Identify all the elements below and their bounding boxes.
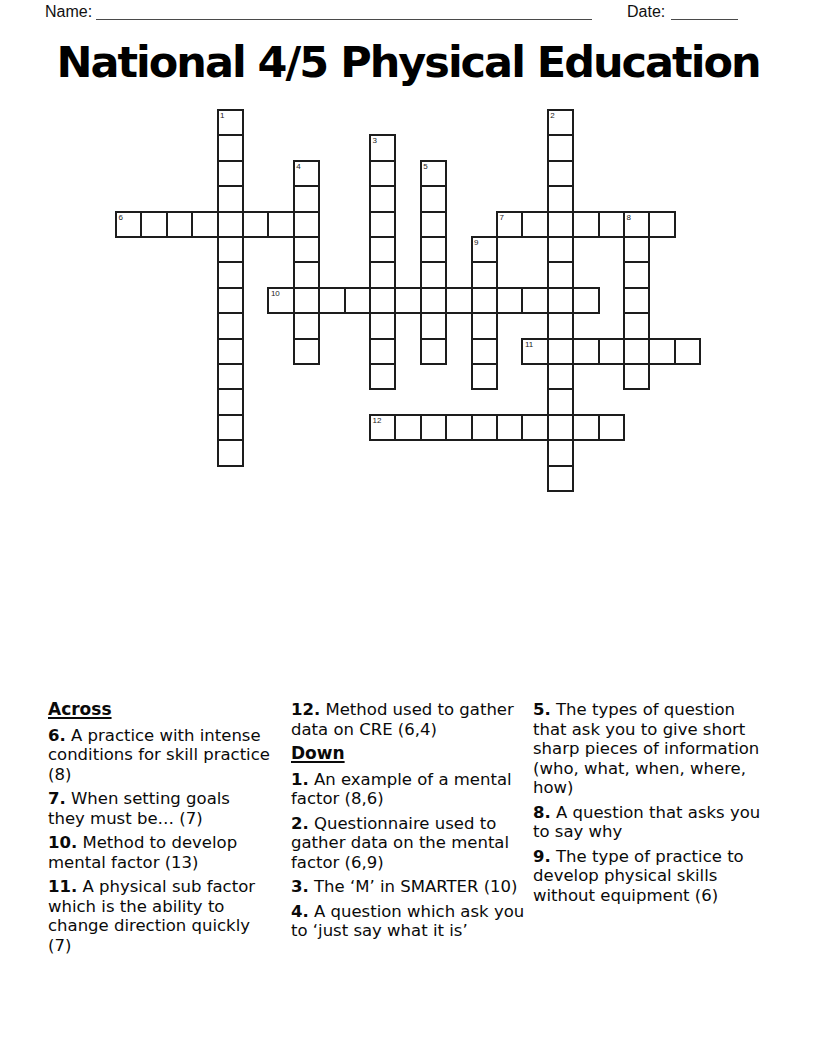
grid-cell[interactable] [496, 287, 523, 314]
grid-cell[interactable] [293, 236, 320, 263]
date-fill-line [671, 19, 738, 20]
grid-cell[interactable] [623, 312, 650, 339]
grid-cell[interactable] [547, 312, 574, 339]
clue-8: 8. A question that asks you to say why [533, 803, 773, 842]
grid-cell[interactable] [369, 338, 396, 365]
clue-number: 9 [474, 238, 478, 247]
grid-cell[interactable] [471, 363, 498, 390]
grid-cell[interactable] [420, 338, 447, 365]
grid-cell[interactable] [572, 338, 599, 365]
clue-6: 6. A practice with intense conditions fo… [48, 726, 272, 785]
clue-number-label: 3. [291, 877, 309, 896]
grid-cell[interactable]: 2 [547, 109, 574, 136]
grid-cell[interactable] [394, 287, 421, 314]
grid-cell[interactable] [420, 287, 447, 314]
grid-cell[interactable] [623, 236, 650, 263]
grid-cell[interactable] [674, 338, 701, 365]
clue-11: 11. A physical sub factor which is the a… [48, 877, 272, 955]
grid-cell[interactable] [471, 414, 498, 441]
grid-cell[interactable] [369, 363, 396, 390]
grid-cell[interactable] [471, 312, 498, 339]
grid-cell[interactable] [572, 211, 599, 238]
clue-number-label: 5. [533, 700, 551, 719]
grid-cell[interactable] [217, 312, 244, 339]
grid-cell[interactable] [623, 363, 650, 390]
clue-3: 3. The ‘M’ in SMARTER (10) [291, 877, 527, 897]
clue-number: 3 [373, 136, 377, 145]
page-title: National 4/5 Physical Education [0, 38, 816, 87]
clue-number-label: 1. [291, 770, 309, 789]
grid-cell[interactable] [445, 287, 472, 314]
grid-cell[interactable] [217, 439, 244, 466]
grid-cell[interactable] [369, 287, 396, 314]
grid-cell[interactable] [293, 261, 320, 288]
grid-cell[interactable] [471, 261, 498, 288]
grid-cell[interactable] [166, 211, 193, 238]
grid-cell[interactable] [293, 287, 320, 314]
grid-cell[interactable] [369, 236, 396, 263]
grid-cell[interactable] [369, 211, 396, 238]
grid-cell[interactable] [598, 211, 625, 238]
clue-12: 12. Method used to gather data on CRE (6… [291, 700, 527, 739]
clues-column-3: 5. The types of question that ask you to… [533, 700, 773, 910]
grid-cell[interactable] [623, 338, 650, 365]
grid-cell[interactable] [217, 211, 244, 238]
grid-cell[interactable] [217, 287, 244, 314]
clue-number-label: 10. [48, 833, 77, 852]
grid-cell[interactable] [217, 338, 244, 365]
clue-number: 5 [423, 162, 427, 171]
grid-cell[interactable] [140, 211, 167, 238]
name-label: Name: [45, 3, 92, 21]
clue-1: 1. An example of a mental factor (8,6) [291, 770, 527, 809]
grid-cell[interactable] [217, 363, 244, 390]
grid-cell[interactable]: 3 [369, 134, 396, 161]
clue-number-label: 8. [533, 803, 551, 822]
grid-cell[interactable] [471, 338, 498, 365]
grid-cell[interactable] [547, 185, 574, 212]
grid-cell[interactable] [369, 185, 396, 212]
grid-cell[interactable] [420, 236, 447, 263]
clue-number-label: 12. [291, 700, 320, 719]
clue-number-label: 7. [48, 789, 66, 808]
clue-number: 2 [550, 111, 554, 120]
grid-cell[interactable] [420, 185, 447, 212]
grid-cell[interactable] [623, 261, 650, 288]
clue-9: 9. The type of practice to develop physi… [533, 847, 773, 906]
grid-cell[interactable] [572, 414, 599, 441]
clue-number-label: 11. [48, 877, 77, 896]
grid-cell[interactable] [191, 211, 218, 238]
clues-column-1: Across6. A practice with intense conditi… [48, 700, 272, 960]
grid-cell[interactable] [521, 414, 548, 441]
grid-cell[interactable] [394, 414, 421, 441]
grid-cell[interactable] [572, 287, 599, 314]
clue-2: 2. Questionnaire used to gather data on … [291, 814, 527, 873]
grid-cell[interactable] [648, 211, 675, 238]
grid-cell[interactable] [547, 338, 574, 365]
grid-cell[interactable] [369, 160, 396, 187]
grid-cell[interactable] [267, 211, 294, 238]
grid-cell[interactable] [521, 211, 548, 238]
grid-cell[interactable]: 4 [293, 160, 320, 187]
clue-heading-across: Across [48, 700, 272, 720]
grid-cell[interactable] [369, 261, 396, 288]
clue-10: 10. Method to develop mental factor (13) [48, 833, 272, 872]
grid-cell[interactable] [547, 287, 574, 314]
grid-cell[interactable]: 7 [496, 211, 523, 238]
name-fill-line [96, 19, 592, 20]
grid-cell[interactable]: 9 [471, 236, 498, 263]
grid-cell[interactable] [547, 388, 574, 415]
grid-cell[interactable]: 10 [267, 287, 294, 314]
grid-cell[interactable]: 8 [623, 211, 650, 238]
grid-cell[interactable] [217, 261, 244, 288]
crossword-board: 123456789101112 [115, 109, 703, 493]
clue-number: 7 [500, 213, 504, 222]
grid-cell[interactable] [648, 338, 675, 365]
grid-cell[interactable] [293, 185, 320, 212]
grid-cell[interactable] [420, 312, 447, 339]
clue-number: 10 [271, 289, 280, 298]
clue-number: 11 [525, 340, 533, 349]
grid-cell[interactable] [598, 338, 625, 365]
grid-cell[interactable] [420, 414, 447, 441]
grid-cell[interactable] [547, 439, 574, 466]
grid-cell[interactable] [420, 261, 447, 288]
grid-cell[interactable] [547, 236, 574, 263]
grid-cell[interactable] [445, 414, 472, 441]
clue-number-label: 6. [48, 726, 66, 745]
grid-cell[interactable]: 1 [217, 109, 244, 136]
grid-cell[interactable] [217, 388, 244, 415]
grid-cell[interactable] [293, 211, 320, 238]
grid-cell[interactable] [547, 211, 574, 238]
grid-cell[interactable] [547, 261, 574, 288]
grid-cell[interactable] [420, 211, 447, 238]
grid-cell[interactable] [217, 134, 244, 161]
clue-number-label: 2. [291, 814, 309, 833]
clue-number-label: 9. [533, 847, 551, 866]
grid-cell[interactable]: 5 [420, 160, 447, 187]
grid-cell[interactable] [369, 312, 396, 339]
clue-number: 1 [220, 111, 224, 120]
grid-cell[interactable] [547, 414, 574, 441]
grid-cell[interactable] [217, 185, 244, 212]
clues-column-2: 12. Method used to gather data on CRE (6… [291, 700, 527, 946]
grid-cell[interactable] [293, 338, 320, 365]
grid-cell[interactable] [318, 287, 345, 314]
clue-number: 6 [119, 213, 123, 222]
grid-cell[interactable] [496, 414, 523, 441]
grid-cell[interactable] [598, 414, 625, 441]
grid-cell[interactable] [547, 363, 574, 390]
clue-7: 7. When setting goals they must be… (7) [48, 789, 272, 828]
grid-cell[interactable] [547, 465, 574, 492]
grid-cell[interactable] [547, 134, 574, 161]
grid-cell[interactable] [217, 160, 244, 187]
grid-cell[interactable] [471, 287, 498, 314]
grid-cell[interactable]: 11 [521, 338, 548, 365]
grid-cell[interactable] [293, 312, 320, 339]
date-label: Date: [627, 3, 665, 21]
clue-number: 8 [627, 213, 631, 222]
grid-cell[interactable] [242, 211, 269, 238]
grid-cell[interactable] [521, 287, 548, 314]
grid-cell[interactable] [623, 287, 650, 314]
clue-4: 4. A question which ask you to ‘just say… [291, 902, 527, 941]
clue-heading-down: Down [291, 744, 527, 764]
grid-cell[interactable]: 6 [115, 211, 142, 238]
grid-cell[interactable]: 12 [369, 414, 396, 441]
clue-number: 12 [373, 416, 382, 425]
grid-cell[interactable] [217, 236, 244, 263]
grid-cell[interactable] [547, 160, 574, 187]
clue-5: 5. The types of question that ask you to… [533, 700, 773, 798]
grid-cell[interactable] [217, 414, 244, 441]
clue-number-label: 4. [291, 902, 309, 921]
grid-cell[interactable] [344, 287, 371, 314]
worksheet-page: { "game": "crossword", "position": [ "..… [0, 0, 816, 1056]
clue-number: 4 [296, 162, 300, 171]
